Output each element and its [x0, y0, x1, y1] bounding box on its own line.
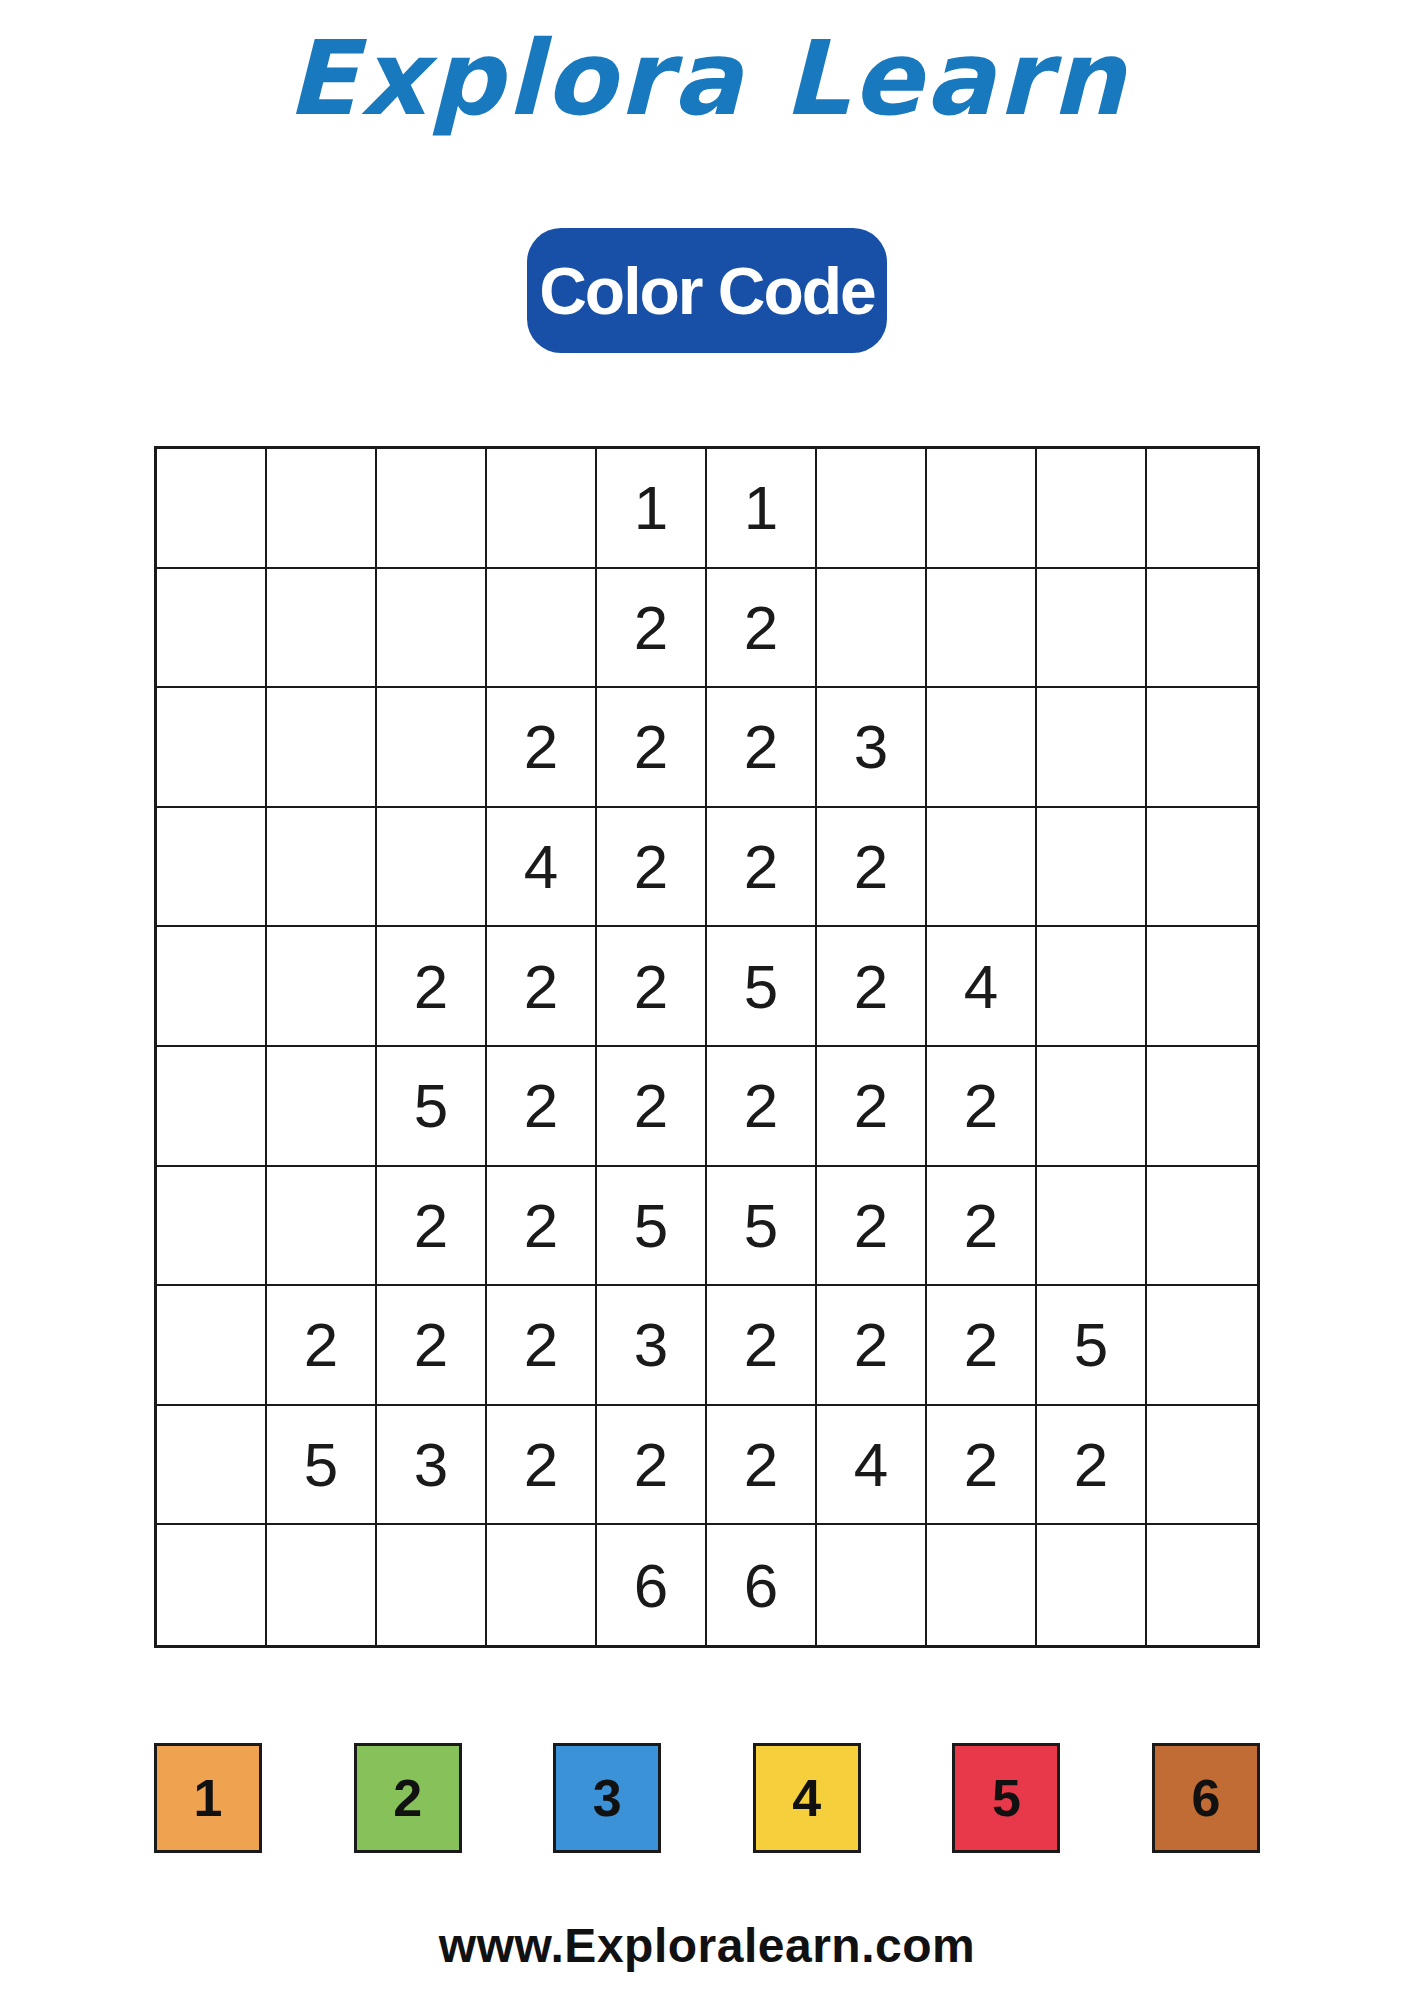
grid-cell-r9c2[interactable]: 5: [267, 1406, 377, 1526]
grid-cell-r8c9[interactable]: 5: [1037, 1286, 1147, 1406]
legend-swatch-6: 6: [1152, 1743, 1260, 1853]
grid-cell-r1c3[interactable]: [377, 449, 487, 569]
grid-cell-r2c2[interactable]: [267, 569, 377, 689]
grid-cell-r2c7[interactable]: [817, 569, 927, 689]
grid-cell-r6c3[interactable]: 5: [377, 1047, 487, 1167]
grid-cell-r5c2[interactable]: [267, 927, 377, 1047]
grid-cell-r5c10[interactable]: [1147, 927, 1257, 1047]
grid-cell-r2c10[interactable]: [1147, 569, 1257, 689]
grid-cell-r3c9[interactable]: [1037, 688, 1147, 808]
grid-cell-r3c3[interactable]: [377, 688, 487, 808]
color-code-badge: Color Code: [527, 228, 887, 353]
grid-cell-r7c1[interactable]: [157, 1167, 267, 1287]
grid-cell-r4c3[interactable]: [377, 808, 487, 928]
grid-cell-r8c3[interactable]: 2: [377, 1286, 487, 1406]
grid-cell-r10c4[interactable]: [487, 1525, 597, 1645]
puzzle-grid: 1122222342222225245222222255222223222553…: [154, 446, 1260, 1648]
grid-cell-r3c10[interactable]: [1147, 688, 1257, 808]
grid-cell-r4c7[interactable]: 2: [817, 808, 927, 928]
grid-cell-r6c2[interactable]: [267, 1047, 377, 1167]
grid-cell-r6c9[interactable]: [1037, 1047, 1147, 1167]
grid-cell-r8c7[interactable]: 2: [817, 1286, 927, 1406]
grid-cell-r5c1[interactable]: [157, 927, 267, 1047]
grid-cell-r9c4[interactable]: 2: [487, 1406, 597, 1526]
grid-cell-r9c7[interactable]: 4: [817, 1406, 927, 1526]
grid-cell-r4c6[interactable]: 2: [707, 808, 817, 928]
grid-cell-r10c2[interactable]: [267, 1525, 377, 1645]
grid-cell-r6c8[interactable]: 2: [927, 1047, 1037, 1167]
grid-cell-r5c8[interactable]: 4: [927, 927, 1037, 1047]
grid-cell-r10c9[interactable]: [1037, 1525, 1147, 1645]
grid-cell-r4c9[interactable]: [1037, 808, 1147, 928]
grid-cell-r3c7[interactable]: 3: [817, 688, 927, 808]
grid-cell-r3c2[interactable]: [267, 688, 377, 808]
grid-cell-r3c6[interactable]: 2: [707, 688, 817, 808]
grid-cell-r8c6[interactable]: 2: [707, 1286, 817, 1406]
grid-cell-r3c1[interactable]: [157, 688, 267, 808]
grid-cell-r4c4[interactable]: 4: [487, 808, 597, 928]
legend-swatch-3: 3: [553, 1743, 661, 1853]
grid-cell-r7c7[interactable]: 2: [817, 1167, 927, 1287]
grid-cell-r6c1[interactable]: [157, 1047, 267, 1167]
grid-cell-r1c7[interactable]: [817, 449, 927, 569]
grid-cell-r8c8[interactable]: 2: [927, 1286, 1037, 1406]
grid-cell-r1c2[interactable]: [267, 449, 377, 569]
grid-cell-r3c5[interactable]: 2: [597, 688, 707, 808]
grid-cell-r2c3[interactable]: [377, 569, 487, 689]
page-title: Explora Learn: [0, 18, 1414, 138]
grid-cell-r2c1[interactable]: [157, 569, 267, 689]
legend-swatch-1: 1: [154, 1743, 262, 1853]
color-legend: 123456: [154, 1743, 1260, 1853]
grid-cell-r10c8[interactable]: [927, 1525, 1037, 1645]
grid-cell-r7c5[interactable]: 5: [597, 1167, 707, 1287]
grid-cell-r1c5[interactable]: 1: [597, 449, 707, 569]
grid-cell-r7c4[interactable]: 2: [487, 1167, 597, 1287]
grid-cell-r1c6[interactable]: 1: [707, 449, 817, 569]
grid-cell-r7c8[interactable]: 2: [927, 1167, 1037, 1287]
grid-cell-r5c5[interactable]: 2: [597, 927, 707, 1047]
grid-cell-r9c1[interactable]: [157, 1406, 267, 1526]
grid-cell-r2c6[interactable]: 2: [707, 569, 817, 689]
website-url: www.Exploralearn.com: [0, 1918, 1414, 1973]
grid-cell-r7c10[interactable]: [1147, 1167, 1257, 1287]
grid-cell-r10c7[interactable]: [817, 1525, 927, 1645]
grid-cell-r1c9[interactable]: [1037, 449, 1147, 569]
grid-cell-r4c1[interactable]: [157, 808, 267, 928]
grid-cell-r8c2[interactable]: 2: [267, 1286, 377, 1406]
grid-cell-r9c9[interactable]: 2: [1037, 1406, 1147, 1526]
grid-cell-r1c4[interactable]: [487, 449, 597, 569]
grid-cell-r7c3[interactable]: 2: [377, 1167, 487, 1287]
grid-cell-r8c4[interactable]: 2: [487, 1286, 597, 1406]
grid-cell-r10c6[interactable]: 6: [707, 1525, 817, 1645]
grid-cell-r7c6[interactable]: 5: [707, 1167, 817, 1287]
grid-cell-r6c10[interactable]: [1147, 1047, 1257, 1167]
grid-cell-r2c5[interactable]: 2: [597, 569, 707, 689]
grid-cell-r6c4[interactable]: 2: [487, 1047, 597, 1167]
worksheet-page: Explora Learn Color Code 112222234222222…: [0, 0, 1414, 2000]
grid-cell-r8c10[interactable]: [1147, 1286, 1257, 1406]
grid-cell-r10c10[interactable]: [1147, 1525, 1257, 1645]
grid-cell-r3c8[interactable]: [927, 688, 1037, 808]
grid-cell-r1c10[interactable]: [1147, 449, 1257, 569]
grid-cell-r2c8[interactable]: [927, 569, 1037, 689]
grid-cell-r10c3[interactable]: [377, 1525, 487, 1645]
grid-cell-r6c6[interactable]: 2: [707, 1047, 817, 1167]
grid-cell-r4c8[interactable]: [927, 808, 1037, 928]
grid-cell-r2c9[interactable]: [1037, 569, 1147, 689]
grid-cell-r9c3[interactable]: 3: [377, 1406, 487, 1526]
grid-cell-r4c5[interactable]: 2: [597, 808, 707, 928]
grid-cell-r7c2[interactable]: [267, 1167, 377, 1287]
grid-cell-r9c6[interactable]: 2: [707, 1406, 817, 1526]
grid-cell-r2c4[interactable]: [487, 569, 597, 689]
grid-cell-r6c5[interactable]: 2: [597, 1047, 707, 1167]
grid-cell-r4c2[interactable]: [267, 808, 377, 928]
legend-swatch-4: 4: [753, 1743, 861, 1853]
legend-swatch-2: 2: [354, 1743, 462, 1853]
grid-cell-r5c3[interactable]: 2: [377, 927, 487, 1047]
grid-cell-r1c1[interactable]: [157, 449, 267, 569]
grid-cell-r10c5[interactable]: 6: [597, 1525, 707, 1645]
grid-cell-r5c4[interactable]: 2: [487, 927, 597, 1047]
grid-cell-r1c8[interactable]: [927, 449, 1037, 569]
grid-cell-r9c5[interactable]: 2: [597, 1406, 707, 1526]
grid-cell-r5c7[interactable]: 2: [817, 927, 927, 1047]
grid-cell-r8c1[interactable]: [157, 1286, 267, 1406]
legend-swatch-5: 5: [952, 1743, 1060, 1853]
grid-cell-r5c9[interactable]: [1037, 927, 1147, 1047]
grid-cell-r10c1[interactable]: [157, 1525, 267, 1645]
grid-cell-r4c10[interactable]: [1147, 808, 1257, 928]
grid-cell-r5c6[interactable]: 5: [707, 927, 817, 1047]
grid-cell-r8c5[interactable]: 3: [597, 1286, 707, 1406]
grid-cell-r3c4[interactable]: 2: [487, 688, 597, 808]
grid-cell-r7c9[interactable]: [1037, 1167, 1147, 1287]
grid-cell-r6c7[interactable]: 2: [817, 1047, 927, 1167]
grid-cell-r9c8[interactable]: 2: [927, 1406, 1037, 1526]
grid-cell-r9c10[interactable]: [1147, 1406, 1257, 1526]
